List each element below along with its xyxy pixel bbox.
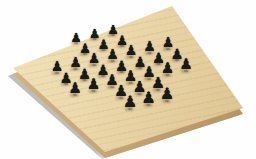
- black-peg[interactable]: ♟: [179, 57, 192, 72]
- black-peg[interactable]: ♟: [87, 77, 100, 92]
- black-peg[interactable]: ♟: [68, 81, 81, 96]
- peg-layer: ♟♟♟♟♟♟♟♟♟♟♟♟♟♟♟♟♟♟♟♟♟♟♟♟♟♟♟♟♟♟♟♟♟: [0, 0, 256, 159]
- black-peg[interactable]: ♟: [141, 90, 155, 106]
- black-peg[interactable]: ♟: [160, 86, 174, 102]
- black-peg[interactable]: ♟: [123, 94, 137, 110]
